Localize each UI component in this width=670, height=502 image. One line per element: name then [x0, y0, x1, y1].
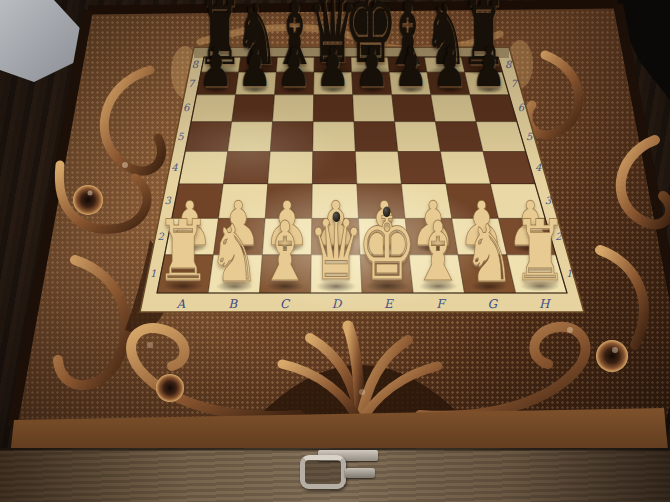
- square-e8: [351, 57, 389, 72]
- border-shade: [194, 47, 509, 58]
- square-b5: [228, 122, 273, 152]
- square-a5: [185, 122, 232, 152]
- square-d3: [312, 184, 359, 219]
- square-d1: [311, 255, 362, 293]
- square-b1: [208, 255, 262, 293]
- square-c8: [276, 57, 314, 72]
- rank-label-right-1: 1: [566, 268, 572, 279]
- square-d7: [314, 72, 353, 95]
- square-g5: [435, 122, 483, 152]
- rank-label-right-4: 4: [535, 162, 542, 173]
- square-d4: [312, 152, 357, 184]
- square-c1: [260, 255, 312, 293]
- square-f4: [398, 152, 446, 184]
- square-g8: [425, 57, 465, 72]
- square-f6: [392, 95, 436, 122]
- rank-label-right-5: 5: [526, 131, 533, 142]
- square-e6: [353, 95, 395, 122]
- square-e2: [359, 218, 410, 254]
- square-a7: [196, 72, 238, 95]
- square-a3: [172, 184, 223, 219]
- square-g7: [427, 72, 470, 95]
- square-h8: [461, 57, 502, 72]
- file-label-h: H: [539, 297, 551, 311]
- square-g3: [446, 184, 499, 219]
- rank-label-right-3: 3: [545, 195, 552, 206]
- square-c7: [275, 72, 314, 95]
- square-g4: [441, 152, 491, 184]
- square-d2: [311, 218, 360, 254]
- square-f7: [389, 72, 431, 95]
- rank-label-left-4: 4: [171, 162, 178, 173]
- chess-board: ABCDEFGH1122334455667788: [0, 0, 670, 502]
- rank-label-left-3: 3: [165, 195, 172, 206]
- rank-label-left-2: 2: [157, 231, 164, 242]
- file-label-g: G: [488, 297, 499, 311]
- square-g1: [458, 255, 516, 293]
- square-e7: [352, 72, 392, 95]
- square-f3: [401, 184, 451, 219]
- square-e5: [354, 122, 398, 152]
- rank-label-left-5: 5: [177, 131, 184, 142]
- square-c4: [268, 152, 313, 184]
- square-b4: [223, 152, 270, 184]
- rank-label-left-1: 1: [150, 268, 156, 279]
- file-label-b: B: [228, 297, 238, 311]
- square-a2: [165, 218, 219, 254]
- square-b8: [239, 57, 278, 72]
- square-b7: [236, 72, 277, 95]
- square-c5: [270, 122, 313, 152]
- square-a1: [157, 255, 214, 293]
- photo-scene: ABCDEFGH1122334455667788 ♜♞♝♛♚♝♞♜♟♟♟♟♟♟♟…: [0, 0, 670, 502]
- file-label-e: E: [384, 297, 394, 311]
- square-a6: [191, 95, 235, 122]
- square-h7: [465, 72, 509, 95]
- square-f1: [409, 255, 464, 293]
- square-f5: [395, 122, 441, 152]
- square-f8: [388, 57, 427, 72]
- rank-label-right-2: 2: [555, 231, 562, 242]
- square-c6: [273, 95, 314, 122]
- square-e4: [355, 152, 401, 184]
- square-d8: [314, 57, 352, 72]
- file-label-a: A: [175, 297, 185, 311]
- square-g6: [431, 95, 476, 122]
- square-g2: [452, 218, 507, 254]
- square-b2: [214, 218, 266, 254]
- square-c2: [262, 218, 311, 254]
- square-e1: [360, 255, 413, 293]
- square-a4: [179, 152, 228, 184]
- square-b6: [232, 95, 275, 122]
- square-d5: [313, 122, 356, 152]
- file-label-d: D: [332, 297, 343, 311]
- square-d6: [313, 95, 354, 122]
- square-f2: [405, 218, 458, 254]
- square-b3: [219, 184, 268, 219]
- square-e3: [357, 184, 405, 219]
- square-c3: [265, 184, 312, 219]
- square-a8: [201, 57, 241, 72]
